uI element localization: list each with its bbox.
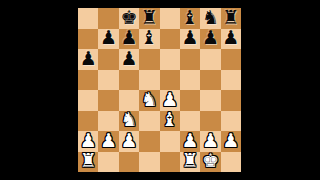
square-h6[interactable] bbox=[221, 49, 241, 70]
piece-black-bishop: ♝ bbox=[141, 28, 158, 47]
square-a1[interactable]: ♜ bbox=[78, 152, 98, 173]
square-d7[interactable]: ♝ bbox=[139, 29, 159, 50]
piece-black-rook: ♜ bbox=[141, 8, 158, 27]
piece-white-pawn: ♟ bbox=[182, 131, 199, 150]
piece-white-pawn: ♟ bbox=[222, 131, 239, 150]
square-g4[interactable] bbox=[200, 90, 220, 111]
square-g7[interactable]: ♟ bbox=[200, 29, 220, 50]
piece-white-pawn: ♟ bbox=[100, 131, 117, 150]
chess-board: ♚♜♝♞♜♟♟♝♟♟♟♟♟♞♟♞♝♟♟♟♟♟♟♜♜♚ bbox=[78, 8, 241, 172]
piece-white-knight: ♞ bbox=[120, 110, 137, 129]
piece-black-pawn: ♟ bbox=[222, 28, 239, 47]
square-f4[interactable] bbox=[180, 90, 200, 111]
square-h5[interactable] bbox=[221, 70, 241, 91]
square-e7[interactable] bbox=[160, 29, 180, 50]
piece-black-knight: ♞ bbox=[202, 8, 219, 27]
square-b2[interactable]: ♟ bbox=[98, 131, 118, 152]
square-f1[interactable]: ♜ bbox=[180, 152, 200, 173]
square-b1[interactable] bbox=[98, 152, 118, 173]
piece-white-pawn: ♟ bbox=[120, 131, 137, 150]
square-a6[interactable]: ♟ bbox=[78, 49, 98, 70]
square-e3[interactable]: ♝ bbox=[160, 111, 180, 132]
square-a8[interactable] bbox=[78, 8, 98, 29]
square-c2[interactable]: ♟ bbox=[119, 131, 139, 152]
piece-white-king: ♚ bbox=[202, 151, 219, 170]
piece-black-pawn: ♟ bbox=[120, 49, 137, 68]
square-b5[interactable] bbox=[98, 70, 118, 91]
square-f5[interactable] bbox=[180, 70, 200, 91]
square-d1[interactable] bbox=[139, 152, 159, 173]
square-d4[interactable]: ♞ bbox=[139, 90, 159, 111]
square-f6[interactable] bbox=[180, 49, 200, 70]
square-h1[interactable] bbox=[221, 152, 241, 173]
piece-black-rook: ♜ bbox=[222, 8, 239, 27]
square-g5[interactable] bbox=[200, 70, 220, 91]
square-e1[interactable] bbox=[160, 152, 180, 173]
square-h7[interactable]: ♟ bbox=[221, 29, 241, 50]
square-b4[interactable] bbox=[98, 90, 118, 111]
piece-black-pawn: ♟ bbox=[182, 28, 199, 47]
piece-black-pawn: ♟ bbox=[120, 28, 137, 47]
piece-black-king: ♚ bbox=[120, 8, 137, 27]
square-b6[interactable] bbox=[98, 49, 118, 70]
square-d2[interactable] bbox=[139, 131, 159, 152]
piece-white-rook: ♜ bbox=[182, 151, 199, 170]
square-c6[interactable]: ♟ bbox=[119, 49, 139, 70]
square-g1[interactable]: ♚ bbox=[200, 152, 220, 173]
square-c1[interactable] bbox=[119, 152, 139, 173]
piece-black-pawn: ♟ bbox=[80, 49, 97, 68]
square-e6[interactable] bbox=[160, 49, 180, 70]
square-c5[interactable] bbox=[119, 70, 139, 91]
piece-black-pawn: ♟ bbox=[202, 28, 219, 47]
square-a5[interactable] bbox=[78, 70, 98, 91]
piece-white-pawn: ♟ bbox=[161, 90, 178, 109]
square-g6[interactable] bbox=[200, 49, 220, 70]
piece-white-pawn: ♟ bbox=[202, 131, 219, 150]
piece-white-rook: ♜ bbox=[80, 151, 97, 170]
piece-black-bishop: ♝ bbox=[182, 8, 199, 27]
square-e8[interactable] bbox=[160, 8, 180, 29]
square-b7[interactable]: ♟ bbox=[98, 29, 118, 50]
piece-white-pawn: ♟ bbox=[80, 131, 97, 150]
piece-white-knight: ♞ bbox=[141, 90, 158, 109]
video-frame: ♚♜♝♞♜♟♟♝♟♟♟♟♟♞♟♞♝♟♟♟♟♟♟♜♜♚ bbox=[0, 0, 320, 180]
square-e2[interactable] bbox=[160, 131, 180, 152]
square-d6[interactable] bbox=[139, 49, 159, 70]
square-h2[interactable]: ♟ bbox=[221, 131, 241, 152]
piece-white-bishop: ♝ bbox=[161, 110, 178, 129]
square-d3[interactable] bbox=[139, 111, 159, 132]
piece-black-pawn: ♟ bbox=[100, 28, 117, 47]
square-f7[interactable]: ♟ bbox=[180, 29, 200, 50]
square-h4[interactable] bbox=[221, 90, 241, 111]
square-a4[interactable] bbox=[78, 90, 98, 111]
